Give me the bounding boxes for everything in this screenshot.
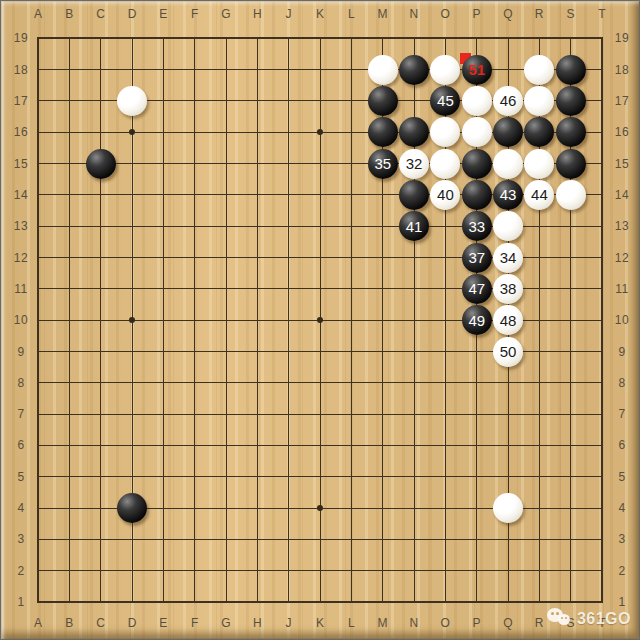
wechat-eye bbox=[561, 617, 563, 619]
black-stone-S17 bbox=[556, 86, 586, 116]
black-stone-M16 bbox=[368, 117, 398, 147]
black-stone-Q14: 43 bbox=[493, 180, 523, 210]
move-number-46: 46 bbox=[500, 93, 517, 108]
col-label-bottom-J: J bbox=[276, 616, 302, 630]
star-point-K10 bbox=[317, 317, 323, 323]
black-stone-M17 bbox=[368, 86, 398, 116]
star-point-D16 bbox=[129, 129, 135, 135]
col-label-top-S: S bbox=[558, 7, 584, 21]
col-label-bottom-O: O bbox=[432, 616, 458, 630]
grid-line-vertical bbox=[351, 37, 352, 603]
col-label-top-M: M bbox=[370, 7, 396, 21]
white-stone-Q17: 46 bbox=[493, 86, 523, 116]
row-label-left-12: 12 bbox=[8, 251, 34, 265]
row-label-left-9: 9 bbox=[8, 345, 34, 359]
move-number-38: 38 bbox=[500, 281, 517, 296]
wechat-eye bbox=[556, 612, 559, 615]
black-stone-P18: 51 bbox=[462, 55, 492, 85]
row-label-right-13: 13 bbox=[609, 219, 635, 233]
black-stone-O17: 45 bbox=[430, 86, 460, 116]
white-stone-D17 bbox=[117, 86, 147, 116]
row-label-left-19: 19 bbox=[8, 31, 34, 45]
row-label-left-15: 15 bbox=[8, 157, 34, 171]
col-label-top-A: A bbox=[25, 7, 51, 21]
move-number-47: 47 bbox=[468, 281, 485, 296]
row-label-left-1: 1 bbox=[8, 595, 34, 609]
move-number-51: 51 bbox=[468, 62, 485, 77]
move-number-35: 35 bbox=[374, 156, 391, 171]
col-label-bottom-B: B bbox=[57, 616, 83, 630]
col-label-top-F: F bbox=[182, 7, 208, 21]
white-stone-O18 bbox=[430, 55, 460, 85]
move-number-44: 44 bbox=[531, 187, 548, 202]
row-label-left-18: 18 bbox=[8, 63, 34, 77]
black-stone-P10: 49 bbox=[462, 305, 492, 335]
row-label-left-5: 5 bbox=[8, 470, 34, 484]
move-number-34: 34 bbox=[500, 250, 517, 265]
col-label-top-K: K bbox=[307, 7, 333, 21]
white-stone-O15 bbox=[430, 149, 460, 179]
watermark: 361GO bbox=[547, 608, 631, 629]
go-board-diagram: AA1919BB1818CC1717DD1616EE1515FF1414GG13… bbox=[0, 0, 640, 640]
row-label-right-7: 7 bbox=[609, 407, 635, 421]
white-stone-P17 bbox=[462, 86, 492, 116]
grid-line-horizontal bbox=[37, 445, 603, 446]
row-label-right-17: 17 bbox=[609, 94, 635, 108]
watermark-text: 361GO bbox=[577, 610, 631, 628]
col-label-bottom-A: A bbox=[25, 616, 51, 630]
row-label-right-18: 18 bbox=[609, 63, 635, 77]
grid-line-horizontal bbox=[37, 476, 603, 477]
move-number-49: 49 bbox=[468, 313, 485, 328]
white-stone-P16 bbox=[462, 117, 492, 147]
black-stone-R16 bbox=[524, 117, 554, 147]
white-stone-Q10: 48 bbox=[493, 305, 523, 335]
row-label-right-19: 19 bbox=[609, 31, 635, 45]
row-label-left-8: 8 bbox=[8, 376, 34, 390]
col-label-bottom-N: N bbox=[401, 616, 427, 630]
row-label-left-2: 2 bbox=[8, 564, 34, 578]
col-label-bottom-G: G bbox=[213, 616, 239, 630]
row-label-right-6: 6 bbox=[609, 438, 635, 452]
col-label-top-R: R bbox=[526, 7, 552, 21]
row-label-right-5: 5 bbox=[609, 470, 635, 484]
move-number-32: 32 bbox=[406, 156, 423, 171]
row-label-left-6: 6 bbox=[8, 438, 34, 452]
col-label-top-Q: Q bbox=[495, 7, 521, 21]
black-stone-M15: 35 bbox=[368, 149, 398, 179]
col-label-top-H: H bbox=[245, 7, 271, 21]
row-label-right-15: 15 bbox=[609, 157, 635, 171]
white-stone-O14: 40 bbox=[430, 180, 460, 210]
col-label-top-D: D bbox=[119, 7, 145, 21]
grid-line-horizontal bbox=[37, 570, 603, 571]
white-stone-N15: 32 bbox=[399, 149, 429, 179]
row-label-right-12: 12 bbox=[609, 251, 635, 265]
col-label-top-C: C bbox=[88, 7, 114, 21]
move-number-45: 45 bbox=[437, 93, 454, 108]
row-label-right-1: 1 bbox=[609, 595, 635, 609]
row-label-left-4: 4 bbox=[8, 501, 34, 515]
black-stone-N14 bbox=[399, 180, 429, 210]
grid-line-horizontal bbox=[37, 601, 603, 603]
row-label-right-16: 16 bbox=[609, 125, 635, 139]
row-label-left-13: 13 bbox=[8, 219, 34, 233]
row-label-left-11: 11 bbox=[8, 282, 34, 296]
col-label-top-G: G bbox=[213, 7, 239, 21]
black-stone-S15 bbox=[556, 149, 586, 179]
col-label-top-N: N bbox=[401, 7, 427, 21]
star-point-D10 bbox=[129, 317, 135, 323]
col-label-bottom-C: C bbox=[88, 616, 114, 630]
black-stone-S18 bbox=[556, 55, 586, 85]
row-label-right-4: 4 bbox=[609, 501, 635, 515]
col-label-bottom-M: M bbox=[370, 616, 396, 630]
col-label-bottom-P: P bbox=[464, 616, 490, 630]
black-stone-P12: 37 bbox=[462, 243, 492, 273]
col-label-bottom-L: L bbox=[339, 616, 365, 630]
row-label-right-3: 3 bbox=[609, 532, 635, 546]
star-point-K16 bbox=[317, 129, 323, 135]
white-stone-Q12: 34 bbox=[493, 243, 523, 273]
row-label-right-9: 9 bbox=[609, 345, 635, 359]
white-stone-R15 bbox=[524, 149, 554, 179]
grid-line-horizontal bbox=[37, 539, 603, 540]
row-label-left-16: 16 bbox=[8, 125, 34, 139]
black-stone-P14 bbox=[462, 180, 492, 210]
black-stone-Q16 bbox=[493, 117, 523, 147]
move-number-48: 48 bbox=[500, 313, 517, 328]
wechat-eye bbox=[551, 612, 554, 615]
row-label-left-3: 3 bbox=[8, 532, 34, 546]
col-label-bottom-H: H bbox=[245, 616, 271, 630]
white-stone-S14 bbox=[556, 180, 586, 210]
grid-line-horizontal bbox=[37, 382, 603, 383]
col-label-top-J: J bbox=[276, 7, 302, 21]
wechat-eye bbox=[565, 617, 567, 619]
black-stone-C15 bbox=[86, 149, 116, 179]
row-label-right-8: 8 bbox=[609, 376, 635, 390]
row-label-left-10: 10 bbox=[8, 313, 34, 327]
row-label-left-14: 14 bbox=[8, 188, 34, 202]
black-stone-S16 bbox=[556, 117, 586, 147]
row-label-left-7: 7 bbox=[8, 407, 34, 421]
wechat-icon bbox=[547, 608, 573, 629]
col-label-top-L: L bbox=[339, 7, 365, 21]
row-label-right-10: 10 bbox=[609, 313, 635, 327]
white-stone-Q4 bbox=[493, 493, 523, 523]
star-point-K4 bbox=[317, 505, 323, 511]
black-stone-P15 bbox=[462, 149, 492, 179]
grid-line-horizontal bbox=[37, 414, 603, 415]
move-number-33: 33 bbox=[468, 219, 485, 234]
white-stone-R18 bbox=[524, 55, 554, 85]
white-stone-R17 bbox=[524, 86, 554, 116]
col-label-bottom-D: D bbox=[119, 616, 145, 630]
white-stone-Q11: 38 bbox=[493, 274, 523, 304]
white-stone-O16 bbox=[430, 117, 460, 147]
move-number-37: 37 bbox=[468, 250, 485, 265]
row-label-left-17: 17 bbox=[8, 94, 34, 108]
col-label-top-O: O bbox=[432, 7, 458, 21]
row-label-right-14: 14 bbox=[609, 188, 635, 202]
white-stone-R14: 44 bbox=[524, 180, 554, 210]
black-stone-N18 bbox=[399, 55, 429, 85]
move-number-43: 43 bbox=[500, 187, 517, 202]
move-number-41: 41 bbox=[406, 219, 423, 234]
black-stone-N13: 41 bbox=[399, 211, 429, 241]
col-label-bottom-F: F bbox=[182, 616, 208, 630]
black-stone-N16 bbox=[399, 117, 429, 147]
black-stone-P11: 47 bbox=[462, 274, 492, 304]
black-stone-P13: 33 bbox=[462, 211, 492, 241]
wechat-bubble-small bbox=[558, 614, 570, 625]
col-label-top-B: B bbox=[57, 7, 83, 21]
black-stone-D4 bbox=[117, 493, 147, 523]
move-number-50: 50 bbox=[500, 344, 517, 359]
white-stone-Q13 bbox=[493, 211, 523, 241]
grid-line-vertical bbox=[601, 37, 603, 603]
col-label-top-E: E bbox=[151, 7, 177, 21]
col-label-top-T: T bbox=[589, 7, 615, 21]
col-label-bottom-Q: Q bbox=[495, 616, 521, 630]
col-label-bottom-E: E bbox=[151, 616, 177, 630]
move-number-40: 40 bbox=[437, 187, 454, 202]
row-label-right-2: 2 bbox=[609, 564, 635, 578]
col-label-bottom-K: K bbox=[307, 616, 333, 630]
white-stone-Q9: 50 bbox=[493, 337, 523, 367]
row-label-right-11: 11 bbox=[609, 282, 635, 296]
col-label-top-P: P bbox=[464, 7, 490, 21]
white-stone-M18 bbox=[368, 55, 398, 85]
white-stone-Q15 bbox=[493, 149, 523, 179]
